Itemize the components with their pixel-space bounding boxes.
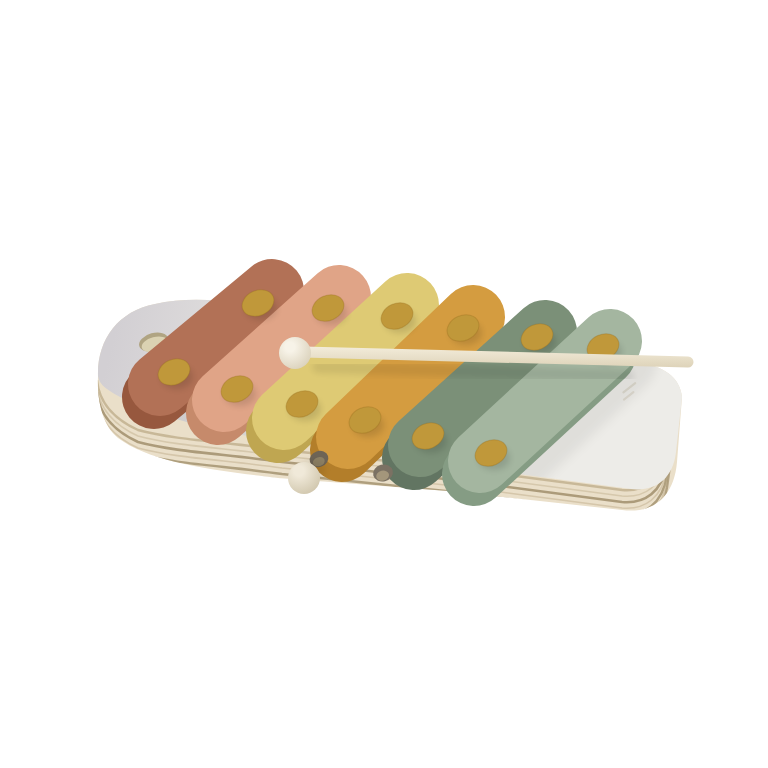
wooden-bead <box>288 462 320 494</box>
product-photo-canvas <box>0 0 768 768</box>
xylophone-illustration <box>0 0 768 768</box>
mallet-ball <box>279 337 311 369</box>
